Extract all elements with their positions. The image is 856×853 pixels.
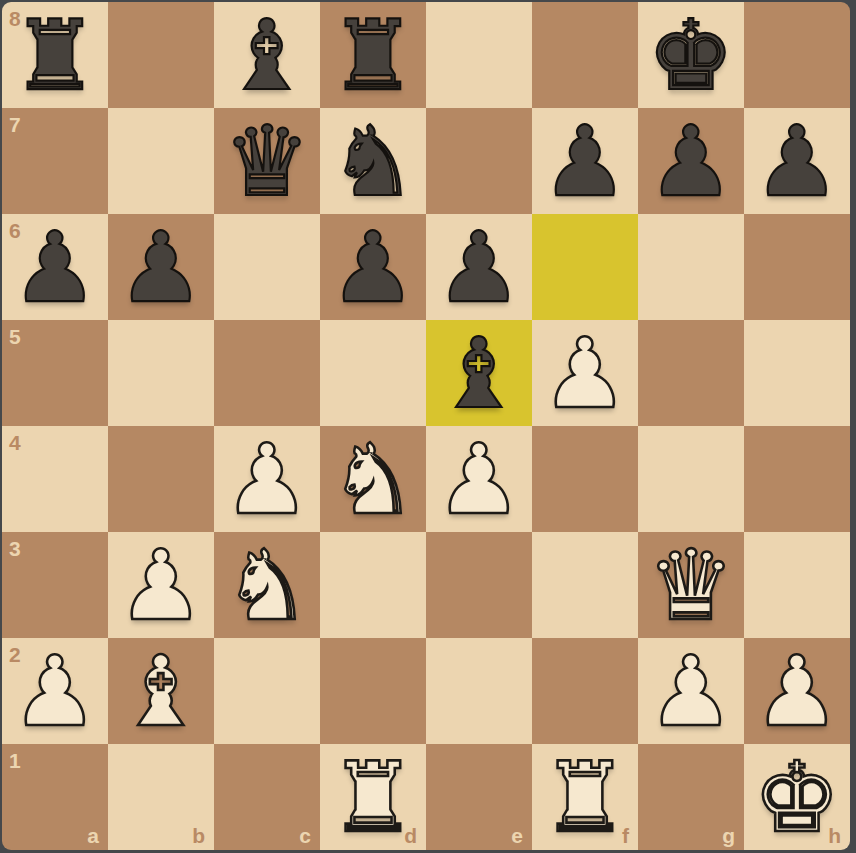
- square-a5[interactable]: 5: [2, 320, 108, 426]
- piece-black-queen[interactable]: ♛: [224, 113, 311, 210]
- piece-white-knight[interactable]: ♞: [330, 431, 417, 528]
- square-c2[interactable]: [214, 638, 320, 744]
- square-h2[interactable]: ♟: [744, 638, 850, 744]
- piece-black-king[interactable]: ♚: [648, 7, 735, 104]
- square-f7[interactable]: ♟: [532, 108, 638, 214]
- square-a6[interactable]: 6♟: [2, 214, 108, 320]
- square-d2[interactable]: [320, 638, 426, 744]
- square-h1[interactable]: h♚: [744, 744, 850, 850]
- piece-black-pawn[interactable]: ♟: [648, 113, 735, 210]
- square-a7[interactable]: 7: [2, 108, 108, 214]
- piece-white-pawn[interactable]: ♟: [542, 325, 629, 422]
- square-g4[interactable]: [638, 426, 744, 532]
- coord-file-c: c: [299, 825, 311, 846]
- square-g1[interactable]: g: [638, 744, 744, 850]
- piece-black-rook[interactable]: ♜: [330, 7, 417, 104]
- square-c3[interactable]: ♞: [214, 532, 320, 638]
- square-h4[interactable]: [744, 426, 850, 532]
- piece-black-pawn[interactable]: ♟: [330, 219, 417, 316]
- square-h7[interactable]: ♟: [744, 108, 850, 214]
- square-f1[interactable]: f♜: [532, 744, 638, 850]
- square-d4[interactable]: ♞: [320, 426, 426, 532]
- square-d1[interactable]: d♜: [320, 744, 426, 850]
- square-d3[interactable]: [320, 532, 426, 638]
- square-c7[interactable]: ♛: [214, 108, 320, 214]
- piece-black-rook[interactable]: ♜: [12, 7, 99, 104]
- piece-black-bishop[interactable]: ♝: [436, 325, 523, 422]
- piece-white-pawn[interactable]: ♟: [436, 431, 523, 528]
- square-e1[interactable]: e: [426, 744, 532, 850]
- square-b2[interactable]: ♝: [108, 638, 214, 744]
- piece-white-pawn[interactable]: ♟: [12, 643, 99, 740]
- coord-rank-3: 3: [9, 538, 21, 559]
- piece-white-knight[interactable]: ♞: [224, 537, 311, 634]
- square-d7[interactable]: ♞: [320, 108, 426, 214]
- square-a3[interactable]: 3: [2, 532, 108, 638]
- coord-rank-5: 5: [9, 326, 21, 347]
- square-b6[interactable]: ♟: [108, 214, 214, 320]
- square-a4[interactable]: 4: [2, 426, 108, 532]
- square-d5[interactable]: [320, 320, 426, 426]
- piece-white-pawn[interactable]: ♟: [118, 537, 205, 634]
- piece-black-pawn[interactable]: ♟: [436, 219, 523, 316]
- piece-white-pawn[interactable]: ♟: [648, 643, 735, 740]
- square-c6[interactable]: [214, 214, 320, 320]
- square-d6[interactable]: ♟: [320, 214, 426, 320]
- piece-white-queen[interactable]: ♛: [648, 537, 735, 634]
- square-e7[interactable]: [426, 108, 532, 214]
- square-b5[interactable]: [108, 320, 214, 426]
- piece-black-bishop[interactable]: ♝: [224, 7, 311, 104]
- square-a1[interactable]: 1a: [2, 744, 108, 850]
- square-b1[interactable]: b: [108, 744, 214, 850]
- coord-file-e: e: [511, 825, 523, 846]
- square-g7[interactable]: ♟: [638, 108, 744, 214]
- square-b4[interactable]: [108, 426, 214, 532]
- square-c4[interactable]: ♟: [214, 426, 320, 532]
- square-g2[interactable]: ♟: [638, 638, 744, 744]
- square-a2[interactable]: 2♟: [2, 638, 108, 744]
- square-h5[interactable]: [744, 320, 850, 426]
- piece-white-pawn[interactable]: ♟: [224, 431, 311, 528]
- piece-white-bishop[interactable]: ♝: [118, 643, 205, 740]
- piece-white-king[interactable]: ♚: [754, 749, 841, 846]
- square-c5[interactable]: [214, 320, 320, 426]
- piece-black-pawn[interactable]: ♟: [12, 219, 99, 316]
- square-f3[interactable]: [532, 532, 638, 638]
- square-c8[interactable]: ♝: [214, 2, 320, 108]
- square-f5[interactable]: ♟: [532, 320, 638, 426]
- square-h8[interactable]: [744, 2, 850, 108]
- piece-black-knight[interactable]: ♞: [330, 113, 417, 210]
- coord-file-g: g: [722, 825, 735, 846]
- square-f2[interactable]: [532, 638, 638, 744]
- square-g5[interactable]: [638, 320, 744, 426]
- square-g8[interactable]: ♚: [638, 2, 744, 108]
- square-e8[interactable]: [426, 2, 532, 108]
- square-e3[interactable]: [426, 532, 532, 638]
- square-g3[interactable]: ♛: [638, 532, 744, 638]
- coord-rank-1: 1: [9, 750, 21, 771]
- square-e4[interactable]: ♟: [426, 426, 532, 532]
- square-b7[interactable]: [108, 108, 214, 214]
- piece-black-pawn[interactable]: ♟: [754, 113, 841, 210]
- square-b8[interactable]: [108, 2, 214, 108]
- square-f8[interactable]: [532, 2, 638, 108]
- piece-black-pawn[interactable]: ♟: [118, 219, 205, 316]
- square-h3[interactable]: [744, 532, 850, 638]
- piece-black-pawn[interactable]: ♟: [542, 113, 629, 210]
- coord-rank-7: 7: [9, 114, 21, 135]
- piece-white-rook[interactable]: ♜: [542, 749, 629, 846]
- square-d8[interactable]: ♜: [320, 2, 426, 108]
- square-c1[interactable]: c: [214, 744, 320, 850]
- square-a8[interactable]: 8♜: [2, 2, 108, 108]
- square-g6[interactable]: [638, 214, 744, 320]
- piece-white-rook[interactable]: ♜: [330, 749, 417, 846]
- coord-file-a: a: [87, 825, 99, 846]
- coord-rank-4: 4: [9, 432, 21, 453]
- square-f6[interactable]: [532, 214, 638, 320]
- square-e2[interactable]: [426, 638, 532, 744]
- coord-file-b: b: [192, 825, 205, 846]
- chess-board: 8♜♝♜♚7♛♞♟♟♟6♟♟♟♟5♝♟4♟♞♟3♟♞♛2♟♝♟♟1abcd♜ef…: [2, 2, 850, 850]
- square-b3[interactable]: ♟: [108, 532, 214, 638]
- square-f4[interactable]: [532, 426, 638, 532]
- piece-white-pawn[interactable]: ♟: [754, 643, 841, 740]
- square-h6[interactable]: [744, 214, 850, 320]
- square-e6[interactable]: ♟: [426, 214, 532, 320]
- square-e5[interactable]: ♝: [426, 320, 532, 426]
